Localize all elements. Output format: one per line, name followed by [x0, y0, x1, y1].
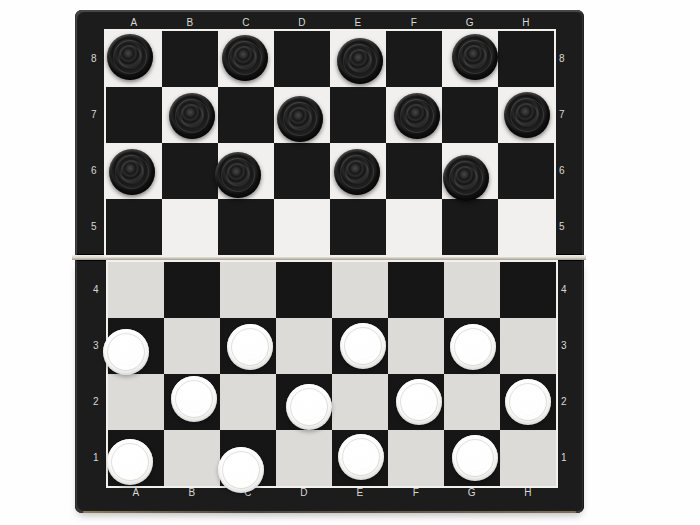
- checker-black-e6[interactable]: [334, 149, 380, 195]
- square-g5[interactable]: [442, 199, 498, 255]
- piece-ring: [509, 383, 547, 421]
- checker-white-a3[interactable]: [103, 329, 149, 375]
- square-d4[interactable]: [276, 262, 332, 318]
- checker-black-h7[interactable]: [504, 92, 550, 138]
- checker-black-g6[interactable]: [443, 155, 489, 201]
- piece-ring: [175, 99, 209, 133]
- piece-ring: [113, 40, 147, 74]
- piece-ring: [283, 102, 317, 136]
- checker-black-a8[interactable]: [107, 34, 153, 80]
- square-b8[interactable]: [162, 31, 218, 87]
- file-label-top-d: D: [274, 16, 330, 30]
- checker-white-d2[interactable]: [286, 384, 332, 430]
- square-f3[interactable]: [388, 318, 444, 374]
- checker-white-e3[interactable]: [340, 323, 386, 369]
- square-h8[interactable]: [498, 31, 554, 87]
- square-d5[interactable]: [274, 199, 330, 255]
- checker-black-g8[interactable]: [452, 34, 498, 80]
- file-label-bottom-f: F: [388, 486, 444, 499]
- file-label-top-f: F: [386, 16, 442, 30]
- square-d8[interactable]: [274, 31, 330, 87]
- square-h5[interactable]: [498, 199, 554, 255]
- square-e7[interactable]: [330, 87, 386, 143]
- square-b4[interactable]: [164, 262, 220, 318]
- square-g2[interactable]: [444, 374, 500, 430]
- square-c4[interactable]: [220, 262, 276, 318]
- rank-label-left-8: 8: [86, 31, 102, 87]
- square-h3[interactable]: [500, 318, 556, 374]
- square-b1[interactable]: [164, 430, 220, 486]
- checker-black-f7[interactable]: [394, 93, 440, 139]
- checker-white-h2[interactable]: [505, 379, 551, 425]
- checker-white-c3[interactable]: [227, 324, 273, 370]
- piece-ring: [221, 158, 255, 192]
- square-b3[interactable]: [164, 318, 220, 374]
- file-label-top-h: H: [498, 16, 554, 30]
- file-label-top-g: G: [442, 16, 498, 30]
- piece-ring: [454, 328, 492, 366]
- square-g4[interactable]: [444, 262, 500, 318]
- checkers-board-photo: AABBCCDDEEFFGGHH8877665544332211: [0, 0, 700, 525]
- checker-white-e1[interactable]: [338, 434, 384, 480]
- rank-label-right-4: 4: [556, 262, 572, 318]
- piece-ring: [510, 98, 544, 132]
- piece-ring: [400, 99, 434, 133]
- square-g7[interactable]: [442, 87, 498, 143]
- file-label-bottom-g: G: [444, 486, 500, 499]
- square-d6[interactable]: [274, 143, 330, 199]
- piece-ring: [449, 161, 483, 195]
- piece-ring: [228, 41, 262, 75]
- checker-black-b7[interactable]: [169, 93, 215, 139]
- square-a4[interactable]: [108, 262, 164, 318]
- file-label-top-b: B: [162, 16, 218, 30]
- rank-label-right-2: 2: [556, 374, 572, 430]
- piece-ring: [458, 40, 492, 74]
- checker-black-a6[interactable]: [109, 149, 155, 195]
- square-d3[interactable]: [276, 318, 332, 374]
- square-d1[interactable]: [276, 430, 332, 486]
- checker-white-g1[interactable]: [452, 435, 498, 481]
- piece-ring: [340, 155, 374, 189]
- file-label-bottom-h: H: [500, 486, 556, 499]
- square-a2[interactable]: [108, 374, 164, 430]
- rank-label-left-3: 3: [88, 318, 104, 374]
- square-b5[interactable]: [162, 199, 218, 255]
- checker-white-c1[interactable]: [218, 447, 264, 493]
- piece-ring: [400, 383, 438, 421]
- piece-ring: [342, 438, 380, 476]
- piece-ring: [111, 443, 149, 481]
- file-label-top-a: A: [106, 16, 162, 30]
- piece-ring: [231, 328, 269, 366]
- rank-label-right-7: 7: [554, 87, 570, 143]
- checker-black-e8[interactable]: [337, 38, 383, 84]
- rank-label-right-3: 3: [556, 318, 572, 374]
- file-label-top-e: E: [330, 16, 386, 30]
- rank-label-right-8: 8: [554, 31, 570, 87]
- rank-label-left-7: 7: [86, 87, 102, 143]
- square-h6[interactable]: [498, 143, 554, 199]
- file-label-bottom-d: D: [276, 486, 332, 499]
- square-e4[interactable]: [332, 262, 388, 318]
- piece-ring: [107, 333, 145, 371]
- checker-black-d7[interactable]: [277, 96, 323, 142]
- rank-label-left-1: 1: [88, 430, 104, 486]
- rank-label-left-5: 5: [86, 199, 102, 255]
- square-f4[interactable]: [388, 262, 444, 318]
- square-e5[interactable]: [330, 199, 386, 255]
- square-h4[interactable]: [500, 262, 556, 318]
- checker-white-g3[interactable]: [450, 324, 496, 370]
- checker-black-c6[interactable]: [215, 152, 261, 198]
- checker-black-c8[interactable]: [222, 35, 268, 81]
- square-c5[interactable]: [218, 199, 274, 255]
- piece-ring: [343, 44, 377, 78]
- square-b6[interactable]: [162, 143, 218, 199]
- square-f8[interactable]: [386, 31, 442, 87]
- square-c7[interactable]: [218, 87, 274, 143]
- file-label-bottom-a: A: [108, 486, 164, 499]
- square-e2[interactable]: [332, 374, 388, 430]
- checker-white-b2[interactable]: [171, 376, 217, 422]
- file-label-top-c: C: [218, 16, 274, 30]
- rank-label-right-6: 6: [554, 143, 570, 199]
- square-h1[interactable]: [500, 430, 556, 486]
- piece-ring: [290, 388, 328, 426]
- square-a5[interactable]: [106, 199, 162, 255]
- rank-label-right-1: 1: [556, 430, 572, 486]
- square-f6[interactable]: [386, 143, 442, 199]
- square-c2[interactable]: [220, 374, 276, 430]
- piece-ring: [344, 327, 382, 365]
- piece-ring: [456, 439, 494, 477]
- file-label-bottom-e: E: [332, 486, 388, 499]
- rank-label-left-6: 6: [86, 143, 102, 199]
- square-f1[interactable]: [388, 430, 444, 486]
- checker-white-f2[interactable]: [396, 379, 442, 425]
- piece-ring: [222, 451, 260, 489]
- rank-label-left-4: 4: [88, 262, 104, 318]
- square-f5[interactable]: [386, 199, 442, 255]
- file-label-bottom-b: B: [164, 486, 220, 499]
- rank-label-right-5: 5: [554, 199, 570, 255]
- piece-ring: [175, 380, 213, 418]
- square-a7[interactable]: [106, 87, 162, 143]
- checker-white-a1[interactable]: [107, 439, 153, 485]
- piece-ring: [115, 155, 149, 189]
- rank-label-left-2: 2: [88, 374, 104, 430]
